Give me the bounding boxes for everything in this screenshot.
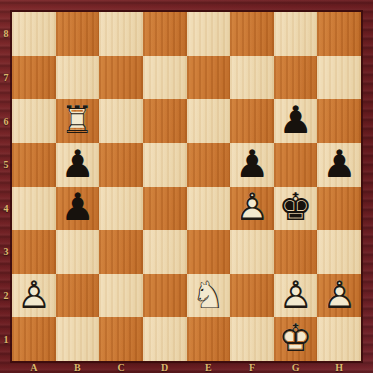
white-king[interactable]: ♚♔ [274, 317, 318, 361]
square-b6[interactable]: ♜♖ [56, 99, 100, 143]
square-e7[interactable] [187, 56, 231, 100]
square-d2[interactable] [143, 274, 187, 318]
file-labels: ABCDEFGH [12, 361, 361, 373]
file-label-d: D [143, 361, 187, 373]
file-label-b: B [56, 361, 100, 373]
square-b3[interactable] [56, 230, 100, 274]
square-h3[interactable] [317, 230, 361, 274]
square-b8[interactable] [56, 12, 100, 56]
square-b7[interactable] [56, 56, 100, 100]
white-pawn[interactable]: ♟♙ [230, 187, 274, 231]
square-g6[interactable]: ♟ [274, 99, 318, 143]
square-c2[interactable] [99, 274, 143, 318]
square-c4[interactable] [99, 187, 143, 231]
square-d6[interactable] [143, 99, 187, 143]
file-label-e: E [187, 361, 231, 373]
black-pawn[interactable]: ♟ [230, 143, 274, 187]
square-a3[interactable] [12, 230, 56, 274]
square-f4[interactable]: ♟♙ [230, 187, 274, 231]
square-d4[interactable] [143, 187, 187, 231]
square-g2[interactable]: ♟♙ [274, 274, 318, 318]
square-b1[interactable] [56, 317, 100, 361]
rank-label-5: 5 [0, 143, 12, 187]
black-pawn[interactable]: ♟ [317, 143, 361, 187]
rank-label-1: 1 [0, 317, 12, 361]
square-e8[interactable] [187, 12, 231, 56]
square-b4[interactable]: ♟ [56, 187, 100, 231]
rank-label-4: 4 [0, 187, 12, 231]
square-c3[interactable] [99, 230, 143, 274]
chess-board: ♜♖♟♟♟♟♟♟♙♚♟♙♞♘♟♙♟♙♚♔ [12, 12, 361, 361]
square-h5[interactable]: ♟ [317, 143, 361, 187]
square-a6[interactable] [12, 99, 56, 143]
rank-label-7: 7 [0, 56, 12, 100]
square-b5[interactable]: ♟ [56, 143, 100, 187]
file-label-c: C [99, 361, 143, 373]
white-knight[interactable]: ♞♘ [187, 274, 231, 318]
square-f7[interactable] [230, 56, 274, 100]
square-e5[interactable] [187, 143, 231, 187]
black-pawn[interactable]: ♟ [274, 99, 318, 143]
square-d1[interactable] [143, 317, 187, 361]
square-c5[interactable] [99, 143, 143, 187]
file-label-f: F [230, 361, 274, 373]
square-c1[interactable] [99, 317, 143, 361]
square-d7[interactable] [143, 56, 187, 100]
square-f2[interactable] [230, 274, 274, 318]
square-a8[interactable] [12, 12, 56, 56]
white-pawn[interactable]: ♟♙ [274, 274, 318, 318]
square-g8[interactable] [274, 12, 318, 56]
square-h8[interactable] [317, 12, 361, 56]
square-h6[interactable] [317, 99, 361, 143]
rank-label-3: 3 [0, 230, 12, 274]
square-e4[interactable] [187, 187, 231, 231]
square-h2[interactable]: ♟♙ [317, 274, 361, 318]
square-g4[interactable]: ♚ [274, 187, 318, 231]
square-d5[interactable] [143, 143, 187, 187]
black-pawn[interactable]: ♟ [56, 187, 100, 231]
square-a1[interactable] [12, 317, 56, 361]
file-label-a: A [12, 361, 56, 373]
square-f1[interactable] [230, 317, 274, 361]
square-d3[interactable] [143, 230, 187, 274]
square-g5[interactable] [274, 143, 318, 187]
black-king[interactable]: ♚ [274, 187, 318, 231]
square-a7[interactable] [12, 56, 56, 100]
chess-board-frame: 87654321 ABCDEFGH ♜♖♟♟♟♟♟♟♙♚♟♙♞♘♟♙♟♙♚♔ [0, 0, 373, 373]
rank-labels: 87654321 [0, 12, 12, 361]
square-h7[interactable] [317, 56, 361, 100]
rank-label-6: 6 [0, 99, 12, 143]
black-pawn[interactable]: ♟ [56, 143, 100, 187]
square-c6[interactable] [99, 99, 143, 143]
square-h4[interactable] [317, 187, 361, 231]
file-label-h: H [317, 361, 361, 373]
square-h1[interactable] [317, 317, 361, 361]
square-a4[interactable] [12, 187, 56, 231]
square-d8[interactable] [143, 12, 187, 56]
square-g3[interactable] [274, 230, 318, 274]
white-pawn[interactable]: ♟♙ [12, 274, 56, 318]
square-b2[interactable] [56, 274, 100, 318]
square-e3[interactable] [187, 230, 231, 274]
rank-label-2: 2 [0, 274, 12, 318]
square-e2[interactable]: ♞♘ [187, 274, 231, 318]
square-f6[interactable] [230, 99, 274, 143]
square-c8[interactable] [99, 12, 143, 56]
square-f5[interactable]: ♟ [230, 143, 274, 187]
white-pawn[interactable]: ♟♙ [317, 274, 361, 318]
square-e6[interactable] [187, 99, 231, 143]
square-f3[interactable] [230, 230, 274, 274]
square-g7[interactable] [274, 56, 318, 100]
white-rook[interactable]: ♜♖ [56, 99, 100, 143]
square-c7[interactable] [99, 56, 143, 100]
square-f8[interactable] [230, 12, 274, 56]
square-a5[interactable] [12, 143, 56, 187]
square-g1[interactable]: ♚♔ [274, 317, 318, 361]
file-label-g: G [274, 361, 318, 373]
square-e1[interactable] [187, 317, 231, 361]
rank-label-8: 8 [0, 12, 12, 56]
square-a2[interactable]: ♟♙ [12, 274, 56, 318]
